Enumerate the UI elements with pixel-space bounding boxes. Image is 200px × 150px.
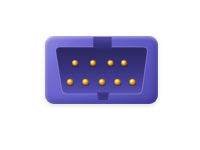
gold-pin: [67, 79, 74, 86]
pin-highlight: [131, 80, 133, 82]
pin-highlight: [109, 61, 111, 63]
pin-highlight: [68, 80, 70, 82]
gold-pin: [129, 79, 136, 86]
keying-notch-top: [93, 37, 111, 49]
keying-notch-bottom: [97, 93, 109, 101]
gold-pin: [72, 60, 78, 66]
pin-highlight: [122, 61, 124, 63]
pin-highlight: [100, 80, 102, 82]
gold-pin: [114, 79, 121, 86]
pin-highlight: [84, 80, 86, 82]
connector-face: [0, 0, 200, 150]
pin-highlight: [73, 61, 75, 63]
gold-pin: [121, 60, 127, 66]
pin-highlight: [116, 80, 118, 82]
gold-pin: [99, 79, 106, 86]
gold-pin: [108, 60, 114, 66]
gold-pin: [90, 60, 96, 66]
recessed-socket: [56, 47, 148, 94]
gold-pin: [82, 79, 89, 86]
pin-highlight: [91, 61, 93, 63]
photo-canvas: [0, 0, 200, 150]
